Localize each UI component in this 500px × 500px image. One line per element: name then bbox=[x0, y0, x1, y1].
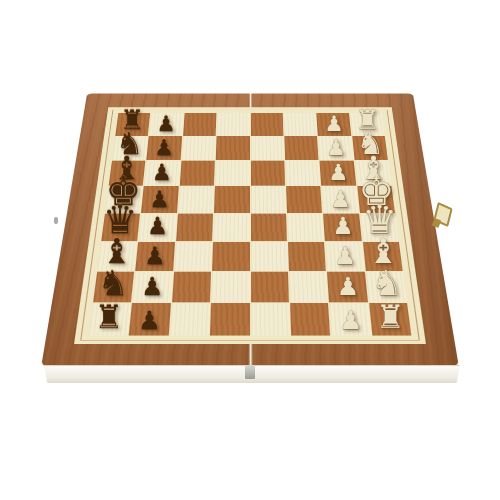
square-b6[interactable] bbox=[172, 271, 211, 302]
piece-black-pawn[interactable]: ♟ bbox=[149, 188, 170, 211]
square-e4[interactable] bbox=[250, 186, 285, 212]
piece-black-knight[interactable]: ♞ bbox=[98, 265, 129, 300]
piece-black-pawn[interactable]: ♟ bbox=[156, 113, 175, 134]
square-g3[interactable] bbox=[284, 136, 318, 160]
piece-black-pawn[interactable]: ♟ bbox=[147, 215, 168, 239]
square-c5[interactable] bbox=[212, 242, 249, 271]
piece-white-pawn[interactable]: ♟ bbox=[339, 307, 362, 333]
piece-black-pawn[interactable]: ♟ bbox=[138, 307, 161, 333]
square-f5[interactable] bbox=[215, 161, 250, 186]
square-a4[interactable] bbox=[251, 303, 290, 336]
piece-white-pawn[interactable]: ♟ bbox=[337, 275, 359, 300]
piece-black-pawn[interactable]: ♟ bbox=[141, 275, 163, 300]
hinge-icon bbox=[245, 366, 255, 379]
piece-white-knight[interactable]: ♞ bbox=[371, 265, 402, 300]
square-a6[interactable] bbox=[170, 303, 210, 336]
piece-white-pawn[interactable]: ♟ bbox=[332, 215, 353, 239]
square-g5[interactable] bbox=[216, 136, 250, 160]
square-c6[interactable] bbox=[174, 242, 212, 271]
piece-white-pawn[interactable]: ♟ bbox=[328, 161, 348, 183]
piece-white-pawn[interactable]: ♟ bbox=[324, 113, 343, 134]
square-h3[interactable] bbox=[283, 113, 317, 136]
square-g6[interactable] bbox=[181, 136, 215, 160]
piece-white-pawn[interactable]: ♟ bbox=[326, 137, 346, 159]
square-b5[interactable] bbox=[211, 271, 249, 302]
square-f4[interactable] bbox=[250, 161, 285, 186]
piece-black-pawn[interactable]: ♟ bbox=[154, 137, 174, 159]
square-b3[interactable] bbox=[289, 271, 328, 302]
piece-black-rook[interactable]: ♜ bbox=[95, 301, 124, 333]
square-h6[interactable] bbox=[183, 113, 217, 136]
piece-black-pawn[interactable]: ♟ bbox=[144, 244, 166, 268]
square-g4[interactable] bbox=[250, 136, 284, 160]
chess-set-product-photo: ♜♟♟♜♞♟♟♞♝♟♟♝♚♟♟♚♛♟♟♛♝♟♟♝♞♟♟♞♜♟♟♜ bbox=[0, 0, 500, 500]
square-e6[interactable] bbox=[178, 186, 214, 212]
square-d3[interactable] bbox=[287, 213, 324, 241]
side-pin-icon bbox=[54, 217, 58, 224]
square-d4[interactable] bbox=[251, 213, 287, 241]
square-a3[interactable] bbox=[290, 303, 330, 336]
square-d5[interactable] bbox=[213, 213, 249, 241]
square-f3[interactable] bbox=[285, 161, 320, 186]
square-f6[interactable] bbox=[180, 161, 215, 186]
piece-white-pawn[interactable]: ♟ bbox=[334, 244, 356, 268]
square-e3[interactable] bbox=[286, 186, 322, 212]
square-a5[interactable] bbox=[210, 303, 249, 336]
square-b4[interactable] bbox=[251, 271, 289, 302]
square-h4[interactable] bbox=[250, 113, 283, 136]
square-c3[interactable] bbox=[288, 242, 326, 271]
piece-white-pawn[interactable]: ♟ bbox=[330, 188, 351, 211]
square-c4[interactable] bbox=[251, 242, 288, 271]
square-e5[interactable] bbox=[214, 186, 249, 212]
square-h5[interactable] bbox=[217, 113, 250, 136]
square-d6[interactable] bbox=[176, 213, 213, 241]
piece-black-pawn[interactable]: ♟ bbox=[152, 161, 172, 183]
piece-white-rook[interactable]: ♜ bbox=[376, 301, 405, 333]
